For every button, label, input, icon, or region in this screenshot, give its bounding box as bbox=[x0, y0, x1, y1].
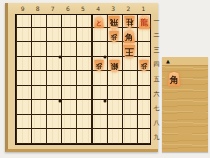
piece-glyph-silver: 銀 bbox=[110, 62, 118, 70]
square-9-8[interactable] bbox=[16, 117, 31, 132]
square-7-5[interactable] bbox=[46, 73, 61, 88]
file-labels: 987654321 bbox=[15, 3, 151, 14]
square-5-1[interactable] bbox=[76, 15, 91, 30]
square-8-8[interactable] bbox=[31, 117, 46, 132]
square-9-7[interactable] bbox=[16, 102, 31, 117]
piece-glyph-tokin: と bbox=[96, 20, 103, 27]
square-6-8[interactable] bbox=[61, 117, 76, 132]
square-7-1[interactable] bbox=[46, 15, 61, 30]
piece-glyph-bishop: 角 bbox=[170, 75, 179, 84]
piece-glyph-pawn: 歩 bbox=[96, 62, 103, 69]
square-5-9[interactable] bbox=[76, 131, 91, 146]
square-2-5[interactable] bbox=[122, 73, 137, 88]
square-9-6[interactable] bbox=[16, 88, 31, 103]
square-9-1[interactable] bbox=[16, 15, 31, 30]
piece-glyph-king: 王 bbox=[125, 46, 134, 55]
square-3-3[interactable] bbox=[107, 44, 122, 59]
square-9-5[interactable] bbox=[16, 73, 31, 88]
square-3-9[interactable] bbox=[107, 131, 122, 146]
square-3-5[interactable] bbox=[107, 73, 122, 88]
square-2-7[interactable] bbox=[122, 102, 137, 117]
square-4-7[interactable] bbox=[92, 102, 107, 117]
square-6-1[interactable] bbox=[61, 15, 76, 30]
square-2-4[interactable] bbox=[122, 59, 137, 74]
piece-glyph-rook: 飛 bbox=[110, 18, 118, 26]
square-1-6[interactable] bbox=[137, 88, 152, 103]
square-5-6[interactable] bbox=[76, 88, 91, 103]
komadai-top-edge: ▲ bbox=[162, 57, 208, 66]
square-9-9[interactable] bbox=[16, 131, 31, 146]
square-9-3[interactable] bbox=[16, 44, 31, 59]
file-label-5: 5 bbox=[75, 3, 90, 14]
square-1-7[interactable] bbox=[137, 102, 152, 117]
square-3-8[interactable] bbox=[107, 117, 122, 132]
square-6-6[interactable] bbox=[61, 88, 76, 103]
shogi-board[interactable]: 987654321 一二三四五六七八九 と飛桂龍歩角王歩銀歩 bbox=[5, 3, 158, 152]
sente-turn-marker-icon: ▲ bbox=[166, 58, 170, 64]
rank-label-2: 二 bbox=[152, 29, 161, 44]
rank-label-9: 九 bbox=[152, 130, 161, 145]
file-label-8: 8 bbox=[30, 3, 45, 14]
square-4-9[interactable] bbox=[92, 131, 107, 146]
square-8-1[interactable] bbox=[31, 15, 46, 30]
file-label-4: 4 bbox=[91, 3, 106, 14]
tsume-shogi-widget: 987654321 一二三四五六七八九 と飛桂龍歩角王歩銀歩 ▲ 角 bbox=[0, 0, 210, 158]
square-5-8[interactable] bbox=[76, 117, 91, 132]
square-8-7[interactable] bbox=[31, 102, 46, 117]
piece-glyph-dragon: 龍 bbox=[140, 19, 148, 27]
rank-label-7: 七 bbox=[152, 101, 161, 116]
rank-label-8: 八 bbox=[152, 116, 161, 131]
file-label-1: 1 bbox=[136, 3, 151, 14]
rank-label-5: 五 bbox=[152, 72, 161, 87]
piece-glyph-knight: 桂 bbox=[126, 18, 134, 26]
piece-glyph-pawn: 歩 bbox=[111, 33, 118, 40]
square-6-9[interactable] bbox=[61, 131, 76, 146]
square-3-7[interactable] bbox=[107, 102, 122, 117]
rank-label-3: 三 bbox=[152, 43, 161, 58]
square-5-4[interactable] bbox=[76, 59, 91, 74]
square-5-2[interactable] bbox=[76, 30, 91, 45]
square-8-4[interactable] bbox=[31, 59, 46, 74]
komadai-piece-stand[interactable]: ▲ 角 bbox=[162, 57, 208, 152]
rank-label-6: 六 bbox=[152, 87, 161, 102]
file-label-6: 6 bbox=[60, 3, 75, 14]
square-9-2[interactable] bbox=[16, 30, 31, 45]
square-5-7[interactable] bbox=[76, 102, 91, 117]
square-2-8[interactable] bbox=[122, 117, 137, 132]
square-9-4[interactable] bbox=[16, 59, 31, 74]
file-label-9: 9 bbox=[15, 3, 30, 14]
square-1-2[interactable] bbox=[137, 30, 152, 45]
file-label-3: 3 bbox=[106, 3, 121, 14]
file-label-7: 7 bbox=[45, 3, 60, 14]
square-5-5[interactable] bbox=[76, 73, 91, 88]
square-7-4[interactable] bbox=[46, 59, 61, 74]
square-6-4[interactable] bbox=[61, 59, 76, 74]
square-5-3[interactable] bbox=[76, 44, 91, 59]
square-7-8[interactable] bbox=[46, 117, 61, 132]
square-1-5[interactable] bbox=[137, 73, 152, 88]
square-1-9[interactable] bbox=[137, 131, 152, 146]
square-4-6[interactable] bbox=[92, 88, 107, 103]
square-4-2[interactable] bbox=[92, 30, 107, 45]
square-8-3[interactable] bbox=[31, 44, 46, 59]
rank-labels: 一二三四五六七八九 bbox=[152, 14, 161, 145]
square-8-2[interactable] bbox=[31, 30, 46, 45]
square-7-2[interactable] bbox=[46, 30, 61, 45]
square-7-7[interactable] bbox=[46, 102, 61, 117]
square-2-6[interactable] bbox=[122, 88, 137, 103]
square-8-6[interactable] bbox=[31, 88, 46, 103]
rank-label-4: 四 bbox=[152, 58, 161, 73]
square-6-2[interactable] bbox=[61, 30, 76, 45]
file-label-2: 2 bbox=[121, 3, 136, 14]
square-6-3[interactable] bbox=[61, 44, 76, 59]
square-1-8[interactable] bbox=[137, 117, 152, 132]
square-4-5[interactable] bbox=[92, 73, 107, 88]
square-8-9[interactable] bbox=[31, 131, 46, 146]
square-4-8[interactable] bbox=[92, 117, 107, 132]
square-4-3[interactable] bbox=[92, 44, 107, 59]
square-7-6[interactable] bbox=[46, 88, 61, 103]
square-6-5[interactable] bbox=[61, 73, 76, 88]
piece-glyph-bishop: 角 bbox=[125, 33, 133, 41]
square-7-9[interactable] bbox=[46, 131, 61, 146]
square-8-5[interactable] bbox=[31, 73, 46, 88]
square-2-9[interactable] bbox=[122, 131, 137, 146]
square-3-6[interactable] bbox=[107, 88, 122, 103]
square-6-7[interactable] bbox=[61, 102, 76, 117]
piece-glyph-pawn: 歩 bbox=[141, 62, 148, 69]
board-grid: と飛桂龍歩角王歩銀歩 bbox=[15, 14, 151, 145]
rank-label-1: 一 bbox=[152, 14, 161, 29]
square-1-3[interactable] bbox=[137, 44, 152, 59]
square-7-3[interactable] bbox=[46, 44, 61, 59]
